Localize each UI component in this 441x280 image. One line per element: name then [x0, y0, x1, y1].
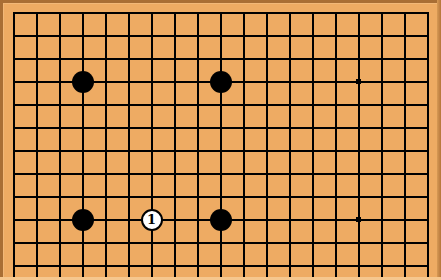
- board-intersection: [186, 208, 209, 231]
- board-intersection: [2, 162, 25, 185]
- board-intersection: [25, 1, 48, 24]
- board-intersection: [2, 24, 25, 47]
- board-intersection: [140, 139, 163, 162]
- board-intersection: [416, 162, 439, 185]
- board-intersection: [117, 116, 140, 139]
- board-intersection: [140, 116, 163, 139]
- board-intersection: [140, 1, 163, 24]
- board-intersection: [232, 47, 255, 70]
- board-intersection: [347, 139, 370, 162]
- board-intersection: [94, 162, 117, 185]
- board-intersection: [71, 231, 94, 254]
- board-intersection: [48, 47, 71, 70]
- board-intersection: [301, 93, 324, 116]
- board-intersection: [140, 47, 163, 70]
- board-intersection: [163, 208, 186, 231]
- board-intersection: [324, 254, 347, 277]
- board-intersection: [2, 185, 25, 208]
- board-intersection: [48, 116, 71, 139]
- board-intersection: [117, 231, 140, 254]
- board-intersection: [2, 93, 25, 116]
- board-intersection: [278, 47, 301, 70]
- board-intersection: [232, 1, 255, 24]
- board-intersection: [416, 24, 439, 47]
- board-intersection: [2, 47, 25, 70]
- board-intersection: [255, 162, 278, 185]
- board-intersection: [186, 116, 209, 139]
- board-intersection: [255, 93, 278, 116]
- board-intersection: [186, 185, 209, 208]
- board-intersection: [163, 47, 186, 70]
- board-intersection: [347, 231, 370, 254]
- board-intersection: [71, 162, 94, 185]
- board-intersection: [25, 185, 48, 208]
- board-intersection: [163, 1, 186, 24]
- board-intersection: [347, 1, 370, 24]
- board-intersection: [255, 231, 278, 254]
- board-intersection: [209, 1, 232, 24]
- board-intersection: [370, 24, 393, 47]
- board-intersection: [163, 24, 186, 47]
- board-intersection: [25, 24, 48, 47]
- board-intersection: [416, 208, 439, 231]
- board-intersection: [94, 93, 117, 116]
- board-intersection: [232, 93, 255, 116]
- board-intersection: [48, 70, 71, 93]
- board-intersection: [393, 47, 416, 70]
- board-intersection: [163, 116, 186, 139]
- board-intersection: [25, 47, 48, 70]
- board-intersection: [301, 47, 324, 70]
- board-intersection: [416, 254, 439, 277]
- board-intersection: [347, 24, 370, 47]
- board-intersection: [209, 24, 232, 47]
- board-intersection: [370, 208, 393, 231]
- board-intersection: [2, 208, 25, 231]
- board-intersection: [209, 162, 232, 185]
- black-stone: [210, 71, 232, 93]
- board-intersection: [186, 93, 209, 116]
- board-intersection: [301, 70, 324, 93]
- board-intersection: [416, 70, 439, 93]
- board-intersection: [278, 254, 301, 277]
- board-intersection: [71, 116, 94, 139]
- board-intersection: [370, 254, 393, 277]
- board-intersection: [163, 93, 186, 116]
- board-intersection: [94, 70, 117, 93]
- board-intersection: [117, 208, 140, 231]
- board-edge-right: [437, 0, 441, 280]
- board-intersection: [347, 116, 370, 139]
- board-intersection: [48, 24, 71, 47]
- board-intersection: [163, 231, 186, 254]
- board-intersection: [347, 70, 370, 93]
- board-intersection: [255, 1, 278, 24]
- board-intersection: [324, 231, 347, 254]
- board-intersection: [370, 231, 393, 254]
- board-intersection: [416, 116, 439, 139]
- board-intersection: [370, 70, 393, 93]
- board-intersection: [163, 185, 186, 208]
- board-intersection: [25, 208, 48, 231]
- board-intersection: [71, 139, 94, 162]
- board-intersection: [370, 116, 393, 139]
- board-intersection: [2, 254, 25, 277]
- board-intersection: [71, 70, 94, 93]
- board-intersection: [393, 208, 416, 231]
- board-intersection: [117, 254, 140, 277]
- board-intersection: [324, 47, 347, 70]
- board-intersection: [2, 139, 25, 162]
- board-intersection: [94, 139, 117, 162]
- board-intersection: [324, 162, 347, 185]
- board-intersection: [163, 70, 186, 93]
- board-intersection: [232, 208, 255, 231]
- board-intersection: [140, 254, 163, 277]
- board-intersection: [48, 208, 71, 231]
- board-intersection: [71, 185, 94, 208]
- board-intersection: [2, 70, 25, 93]
- board-intersection: [278, 70, 301, 93]
- board-intersection: [255, 185, 278, 208]
- board-intersection: [393, 24, 416, 47]
- board-intersection: [209, 47, 232, 70]
- board-intersection: [140, 185, 163, 208]
- board-intersection: [2, 116, 25, 139]
- board-intersection: [393, 70, 416, 93]
- board-intersection: [416, 47, 439, 70]
- board-intersection: [94, 231, 117, 254]
- board-intersection: [71, 208, 94, 231]
- board-intersection: [278, 24, 301, 47]
- board-intersection: [370, 162, 393, 185]
- hoshi-star-point: [356, 79, 361, 84]
- board-intersection: [370, 1, 393, 24]
- board-intersection: [255, 139, 278, 162]
- board-intersection: [255, 208, 278, 231]
- board-intersection: [393, 93, 416, 116]
- black-stone: [210, 209, 232, 231]
- board-intersection: [393, 139, 416, 162]
- board-intersection: [117, 185, 140, 208]
- board-intersection: [324, 116, 347, 139]
- board-intersection: [278, 93, 301, 116]
- board-intersection: [347, 162, 370, 185]
- board-intersection: [117, 70, 140, 93]
- board-intersection: [2, 231, 25, 254]
- board-intersection: [186, 24, 209, 47]
- board-intersection: [94, 116, 117, 139]
- board-intersection: [324, 1, 347, 24]
- board-intersection: [94, 254, 117, 277]
- board-intersection: [393, 1, 416, 24]
- board-intersection: [48, 1, 71, 24]
- board-intersection: [278, 185, 301, 208]
- board-intersection: [140, 70, 163, 93]
- board-intersection: [393, 162, 416, 185]
- board-intersection: [186, 47, 209, 70]
- board-intersection: [301, 139, 324, 162]
- board-intersection: [163, 139, 186, 162]
- board-intersection: [117, 139, 140, 162]
- board-intersection: [255, 70, 278, 93]
- board-intersection: [347, 93, 370, 116]
- board-intersection: [278, 116, 301, 139]
- board-intersection: [324, 185, 347, 208]
- board-intersection: [278, 208, 301, 231]
- white-stone: 1: [141, 209, 163, 231]
- board-intersection: [347, 208, 370, 231]
- board-intersection: [416, 1, 439, 24]
- board-intersection: [324, 208, 347, 231]
- board-intersection: [48, 185, 71, 208]
- board-intersection: [25, 116, 48, 139]
- board-intersection: [25, 139, 48, 162]
- board-intersection: [232, 231, 255, 254]
- board-bevel-highlight-top: [3, 3, 437, 4]
- board-intersection: [209, 185, 232, 208]
- board-intersection: [186, 1, 209, 24]
- board-intersection: [209, 116, 232, 139]
- board-intersection: [232, 185, 255, 208]
- board-intersection: [209, 70, 232, 93]
- board-intersection: [25, 93, 48, 116]
- board-intersection: [140, 162, 163, 185]
- board-intersection: [255, 24, 278, 47]
- board-intersection: [71, 93, 94, 116]
- board-intersection: [301, 24, 324, 47]
- board-intersection: [48, 162, 71, 185]
- board-intersection: 1: [140, 208, 163, 231]
- board-intersection: [347, 254, 370, 277]
- board-intersection: [324, 24, 347, 47]
- board-intersection: [232, 139, 255, 162]
- board-intersection: [186, 254, 209, 277]
- board-intersection: [209, 139, 232, 162]
- board-intersection: [94, 185, 117, 208]
- board-intersection: [94, 47, 117, 70]
- board-intersection: [347, 185, 370, 208]
- board-intersection: [25, 231, 48, 254]
- move-number-label: 1: [147, 213, 156, 226]
- board-intersection: [117, 162, 140, 185]
- board-intersection: [416, 93, 439, 116]
- board-intersection: [278, 139, 301, 162]
- go-board: 1: [0, 0, 441, 280]
- board-intersection: [209, 208, 232, 231]
- board-intersection: [163, 254, 186, 277]
- board-intersection: [186, 70, 209, 93]
- board-intersection: [347, 47, 370, 70]
- board-intersection: [25, 254, 48, 277]
- board-intersection: [48, 139, 71, 162]
- board-intersection: [232, 70, 255, 93]
- board-intersection: [71, 47, 94, 70]
- board-intersection: [25, 162, 48, 185]
- board-intersection: [255, 47, 278, 70]
- board-intersection: [209, 231, 232, 254]
- board-intersection: [301, 185, 324, 208]
- board-intersection: [48, 254, 71, 277]
- board-intersection: [25, 70, 48, 93]
- board-intersection: [117, 47, 140, 70]
- board-intersection: [94, 24, 117, 47]
- board-intersection: [301, 1, 324, 24]
- board-intersection: [370, 139, 393, 162]
- board-intersection: [324, 70, 347, 93]
- board-intersection: [278, 162, 301, 185]
- board-bevel-highlight-left: [3, 3, 4, 277]
- board-intersection: [370, 185, 393, 208]
- board-intersection: [117, 93, 140, 116]
- board-intersection: [278, 231, 301, 254]
- board-intersection: [324, 139, 347, 162]
- board-intersection: [94, 1, 117, 24]
- board-intersection: [71, 254, 94, 277]
- board-intersection: [140, 93, 163, 116]
- board-intersection: [48, 93, 71, 116]
- board-intersection: [255, 116, 278, 139]
- board-intersection: [186, 231, 209, 254]
- black-stone: [72, 71, 94, 93]
- board-intersection: [301, 208, 324, 231]
- board-intersection: [117, 24, 140, 47]
- board-intersection: [301, 231, 324, 254]
- board-grid: 1: [2, 1, 439, 277]
- board-intersection: [370, 47, 393, 70]
- board-intersection: [186, 139, 209, 162]
- hoshi-star-point: [356, 217, 361, 222]
- board-intersection: [117, 1, 140, 24]
- board-intersection: [232, 24, 255, 47]
- board-intersection: [94, 208, 117, 231]
- black-stone: [72, 209, 94, 231]
- board-intersection: [163, 162, 186, 185]
- board-intersection: [232, 116, 255, 139]
- board-intersection: [232, 162, 255, 185]
- board-intersection: [393, 185, 416, 208]
- board-intersection: [2, 1, 25, 24]
- board-intersection: [301, 254, 324, 277]
- board-intersection: [232, 254, 255, 277]
- board-intersection: [324, 93, 347, 116]
- board-intersection: [416, 185, 439, 208]
- board-intersection: [140, 24, 163, 47]
- board-intersection: [71, 1, 94, 24]
- board-intersection: [140, 231, 163, 254]
- board-intersection: [416, 139, 439, 162]
- board-intersection: [393, 116, 416, 139]
- board-intersection: [393, 231, 416, 254]
- board-intersection: [255, 254, 278, 277]
- board-intersection: [186, 162, 209, 185]
- board-intersection: [370, 93, 393, 116]
- board-intersection: [209, 254, 232, 277]
- board-intersection: [48, 231, 71, 254]
- board-intersection: [416, 231, 439, 254]
- board-intersection: [301, 116, 324, 139]
- board-intersection: [393, 254, 416, 277]
- board-intersection: [278, 1, 301, 24]
- board-intersection: [71, 24, 94, 47]
- board-intersection: [301, 162, 324, 185]
- board-intersection: [209, 93, 232, 116]
